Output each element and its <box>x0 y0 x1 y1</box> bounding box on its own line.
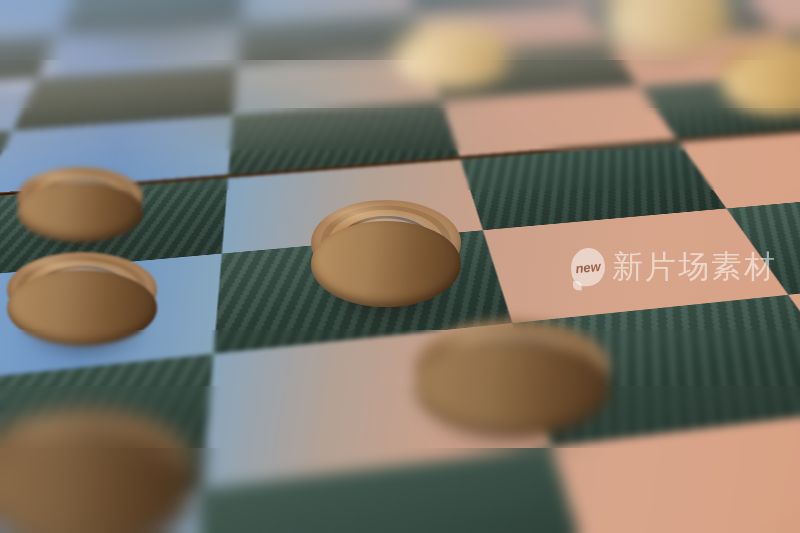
piece-far-cream-left[interactable] <box>396 24 508 80</box>
piece-near-left[interactable] <box>0 408 193 528</box>
piece-mid-left[interactable] <box>7 252 157 328</box>
piece-near-center[interactable] <box>415 320 610 415</box>
photo-stage: new 新片场素材 <box>0 0 800 533</box>
piece-back-left[interactable] <box>17 167 143 227</box>
piece-far-cream-top[interactable] <box>606 0 730 44</box>
piece-hero[interactable] <box>311 200 461 286</box>
watermark-brand-text: 新片场素材 <box>612 246 777 288</box>
watermark-new-badge: new <box>569 246 607 287</box>
watermark: new 新片场素材 <box>571 246 777 288</box>
watermark-badge-label: new <box>575 258 602 276</box>
